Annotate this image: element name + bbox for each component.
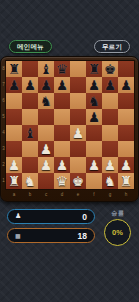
- square-f4[interactable]: [86, 125, 102, 141]
- square-d4[interactable]: [54, 125, 70, 141]
- moves-counter-pill: ■ 18: [7, 228, 95, 243]
- square-a1[interactable]: ♜: [6, 173, 22, 189]
- square-h8[interactable]: [118, 61, 134, 77]
- piece-square-icon: ■: [15, 228, 21, 243]
- square-b8[interactable]: [22, 61, 38, 77]
- square-g5[interactable]: [102, 109, 118, 125]
- square-b1[interactable]: ♞: [22, 173, 38, 189]
- square-g2[interactable]: ♟: [102, 157, 118, 173]
- wins-counter-pill: ♟ 0: [7, 209, 95, 224]
- piece-white-knight[interactable]: ♞: [22, 173, 38, 189]
- piece-black-pawn[interactable]: ♟: [118, 77, 134, 93]
- square-f1[interactable]: [86, 173, 102, 189]
- piece-black-pawn[interactable]: ♟: [22, 77, 38, 93]
- square-c8[interactable]: ♝: [38, 61, 54, 77]
- piece-black-rook[interactable]: ♜: [6, 61, 22, 77]
- main-menu-button[interactable]: 메인메뉴: [9, 40, 52, 53]
- piece-white-king[interactable]: ♚: [70, 173, 86, 189]
- square-e5[interactable]: [70, 109, 86, 125]
- square-b5[interactable]: [22, 109, 38, 125]
- file-label-a: a: [6, 191, 22, 199]
- wins-value: 0: [82, 212, 87, 222]
- piece-white-pawn[interactable]: ♟: [118, 157, 134, 173]
- square-e7[interactable]: [70, 77, 86, 93]
- piece-white-pawn[interactable]: ♟: [6, 157, 22, 173]
- square-e2[interactable]: [70, 157, 86, 173]
- square-h3[interactable]: [118, 141, 134, 157]
- square-c5[interactable]: [38, 109, 54, 125]
- piece-white-pawn[interactable]: ♟: [54, 157, 70, 173]
- piece-black-queen[interactable]: ♛: [54, 61, 70, 77]
- board-grid: ♜♝♛♜♚♟♟♟♟♟♟♟♞♞♟♝♟♟♟♟♟♟♟♟♜♞♛♚♞♜: [6, 61, 134, 189]
- square-h6[interactable]: [118, 93, 134, 109]
- square-c6[interactable]: ♞: [38, 93, 54, 109]
- square-f6[interactable]: ♞: [86, 93, 102, 109]
- piece-white-pawn[interactable]: ♟: [70, 125, 86, 141]
- undo-button[interactable]: 무르기: [94, 40, 130, 53]
- piece-black-bishop[interactable]: ♝: [38, 61, 54, 77]
- square-b3[interactable]: [22, 141, 38, 157]
- piece-white-knight[interactable]: ♞: [102, 173, 118, 189]
- file-labels: abcdefgh: [6, 191, 134, 199]
- piece-black-pawn[interactable]: ♟: [102, 77, 118, 93]
- file-label-f: f: [86, 191, 102, 199]
- square-g1[interactable]: ♞: [102, 173, 118, 189]
- square-d8[interactable]: ♛: [54, 61, 70, 77]
- piece-black-pawn[interactable]: ♟: [6, 77, 22, 93]
- square-b2[interactable]: [22, 157, 38, 173]
- piece-black-bishop[interactable]: ♝: [22, 125, 38, 141]
- square-f5[interactable]: ♟: [86, 109, 102, 125]
- square-f7[interactable]: ♟: [86, 77, 102, 93]
- file-label-d: d: [54, 191, 70, 199]
- square-h7[interactable]: ♟: [118, 77, 134, 93]
- square-h2[interactable]: ♟: [118, 157, 134, 173]
- square-a7[interactable]: ♟: [6, 77, 22, 93]
- piece-black-pawn[interactable]: ♟: [86, 109, 102, 125]
- square-d7[interactable]: ♟: [54, 77, 70, 93]
- square-f3[interactable]: [86, 141, 102, 157]
- square-h5[interactable]: [118, 109, 134, 125]
- square-g8[interactable]: ♚: [102, 61, 118, 77]
- square-e8[interactable]: [70, 61, 86, 77]
- square-a6[interactable]: [6, 93, 22, 109]
- piece-black-knight[interactable]: ♞: [38, 93, 54, 109]
- piece-black-rook[interactable]: ♜: [86, 61, 102, 77]
- square-b7[interactable]: ♟: [22, 77, 38, 93]
- square-e3[interactable]: [70, 141, 86, 157]
- chess-app-screen: { "game": "chess", "position": { "fen": …: [0, 0, 139, 302]
- chess-board: 87654321 ♜♝♛♜♚♟♟♟♟♟♟♟♞♞♟♝♟♟♟♟♟♟♟♟♜♞♛♚♞♜ …: [0, 56, 139, 202]
- square-g3[interactable]: [102, 141, 118, 157]
- square-d5[interactable]: [54, 109, 70, 125]
- square-d3[interactable]: [54, 141, 70, 157]
- piece-white-pawn[interactable]: ♟: [38, 157, 54, 173]
- piece-black-knight[interactable]: ♞: [86, 93, 102, 109]
- square-c1[interactable]: [38, 173, 54, 189]
- square-h1[interactable]: ♜: [118, 173, 134, 189]
- moves-value: 18: [78, 231, 87, 241]
- square-c4[interactable]: [38, 125, 54, 141]
- file-label-b: b: [22, 191, 38, 199]
- square-a4[interactable]: [6, 125, 22, 141]
- square-f2[interactable]: ♟: [86, 157, 102, 173]
- square-a5[interactable]: [6, 109, 22, 125]
- win-rate-badge: 0%: [104, 219, 131, 246]
- piece-white-rook[interactable]: ♜: [6, 173, 22, 189]
- square-g6[interactable]: [102, 93, 118, 109]
- square-c2[interactable]: ♟: [38, 157, 54, 173]
- piece-black-pawn[interactable]: ♟: [54, 77, 70, 93]
- square-d6[interactable]: [54, 93, 70, 109]
- square-c3[interactable]: ♟: [38, 141, 54, 157]
- file-label-h: h: [118, 191, 134, 199]
- file-label-g: g: [102, 191, 118, 199]
- square-e1[interactable]: ♚: [70, 173, 86, 189]
- piece-white-pawn[interactable]: ♟: [38, 141, 54, 157]
- piece-white-queen[interactable]: ♛: [54, 173, 70, 189]
- piece-black-pawn[interactable]: ♟: [38, 77, 54, 93]
- piece-white-pawn[interactable]: ♟: [102, 157, 118, 173]
- square-e6[interactable]: [70, 93, 86, 109]
- win-rate-value: 0%: [112, 228, 123, 237]
- white-pawn-icon: ♟: [15, 209, 21, 224]
- square-d1[interactable]: ♛: [54, 173, 70, 189]
- square-a8[interactable]: ♜: [6, 61, 22, 77]
- piece-white-pawn[interactable]: ♟: [86, 157, 102, 173]
- square-b6[interactable]: [22, 93, 38, 109]
- piece-black-king[interactable]: ♚: [102, 61, 118, 77]
- square-f8[interactable]: ♜: [86, 61, 102, 77]
- piece-black-pawn[interactable]: ♟: [86, 77, 102, 93]
- square-g4[interactable]: [102, 125, 118, 141]
- square-a3[interactable]: [6, 141, 22, 157]
- square-d2[interactable]: ♟: [54, 157, 70, 173]
- piece-white-rook[interactable]: ♜: [118, 173, 134, 189]
- square-h4[interactable]: [118, 125, 134, 141]
- file-label-c: c: [38, 191, 54, 199]
- square-b4[interactable]: ♝: [22, 125, 38, 141]
- square-e4[interactable]: ♟: [70, 125, 86, 141]
- square-a2[interactable]: ♟: [6, 157, 22, 173]
- square-c7[interactable]: ♟: [38, 77, 54, 93]
- square-g7[interactable]: ♟: [102, 77, 118, 93]
- win-rate-label: 승률: [104, 209, 132, 218]
- file-label-e: e: [70, 191, 86, 199]
